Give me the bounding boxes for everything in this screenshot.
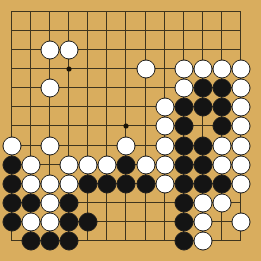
intersection-2-2[interactable] (21, 21, 40, 40)
black-stone (193, 155, 212, 174)
white-stone (59, 40, 78, 59)
intersection-10-9[interactable] (174, 155, 193, 174)
intersection-6-9[interactable] (97, 155, 116, 174)
black-stone (174, 97, 193, 116)
intersection-9-13[interactable] (155, 231, 174, 250)
intersection-11-11[interactable] (193, 193, 212, 212)
intersection-1-4[interactable] (2, 59, 21, 78)
white-stone (212, 193, 231, 212)
white-stone (155, 116, 174, 135)
intersection-5-2[interactable] (78, 21, 97, 40)
intersection-3-10[interactable] (40, 174, 59, 193)
white-stone (231, 136, 250, 155)
black-stone (21, 231, 40, 250)
intersection-11-13[interactable] (193, 231, 212, 250)
intersection-3-13[interactable] (40, 231, 59, 250)
intersection-7-6[interactable] (116, 97, 135, 116)
intersection-11-10[interactable] (193, 174, 212, 193)
intersection-7-8[interactable] (116, 136, 135, 155)
black-stone (193, 174, 212, 193)
intersection-9-6[interactable] (155, 97, 174, 116)
intersection-2-12[interactable] (21, 212, 40, 231)
intersection-2-13[interactable] (21, 231, 40, 250)
intersection-6-1[interactable] (97, 2, 116, 21)
black-stone (59, 231, 78, 250)
intersection-8-1[interactable] (136, 2, 155, 21)
intersection-3-1[interactable] (40, 2, 59, 21)
intersection-8-9[interactable] (136, 155, 155, 174)
black-stone (212, 97, 231, 116)
intersection-5-4[interactable] (78, 59, 97, 78)
intersection-13-13[interactable] (231, 231, 250, 250)
black-stone (193, 97, 212, 116)
intersection-7-10[interactable] (116, 174, 135, 193)
intersection-9-12[interactable] (155, 212, 174, 231)
intersection-7-7[interactable] (116, 116, 135, 135)
white-stone (40, 193, 59, 212)
white-stone (21, 212, 40, 231)
intersection-3-6[interactable] (40, 97, 59, 116)
intersection-4-1[interactable] (59, 2, 78, 21)
intersection-3-9[interactable] (40, 155, 59, 174)
intersection-2-4[interactable] (21, 59, 40, 78)
intersection-4-11[interactable] (59, 193, 78, 212)
intersection-1-2[interactable] (2, 21, 21, 40)
intersection-1-12[interactable] (2, 212, 21, 231)
intersection-10-12[interactable] (174, 212, 193, 231)
go-board (0, 0, 261, 261)
intersection-10-2[interactable] (174, 21, 193, 40)
intersection-8-7[interactable] (136, 116, 155, 135)
intersection-11-1[interactable] (193, 2, 212, 21)
intersection-12-6[interactable] (212, 97, 231, 116)
intersection-8-4[interactable] (136, 59, 155, 78)
intersection-13-8[interactable] (231, 136, 250, 155)
intersection-8-5[interactable] (136, 78, 155, 97)
white-stone (174, 59, 193, 78)
intersection-13-11[interactable] (231, 193, 250, 212)
intersection-9-9[interactable] (155, 155, 174, 174)
intersection-6-2[interactable] (97, 21, 116, 40)
intersection-11-2[interactable] (193, 21, 212, 40)
intersection-8-11[interactable] (136, 193, 155, 212)
black-stone (212, 116, 231, 135)
black-stone (174, 155, 193, 174)
intersection-9-11[interactable] (155, 193, 174, 212)
black-stone (40, 231, 59, 250)
intersection-7-3[interactable] (116, 40, 135, 59)
intersection-4-5[interactable] (59, 78, 78, 97)
intersection-10-10[interactable] (174, 174, 193, 193)
intersection-1-9[interactable] (2, 155, 21, 174)
intersection-4-13[interactable] (59, 231, 78, 250)
black-stone (2, 155, 21, 174)
black-stone (174, 193, 193, 212)
white-stone (231, 78, 250, 97)
intersection-12-5[interactable] (212, 78, 231, 97)
intersection-1-3[interactable] (2, 40, 21, 59)
intersection-10-1[interactable] (174, 2, 193, 21)
intersection-9-3[interactable] (155, 40, 174, 59)
intersection-10-7[interactable] (174, 116, 193, 135)
white-stone (59, 155, 78, 174)
white-stone (21, 174, 40, 193)
black-stone (78, 174, 97, 193)
black-stone (116, 155, 135, 174)
intersection-11-5[interactable] (193, 78, 212, 97)
black-stone (212, 78, 231, 97)
intersection-12-13[interactable] (212, 231, 231, 250)
intersection-13-6[interactable] (231, 97, 250, 116)
intersection-5-11[interactable] (78, 193, 97, 212)
intersection-6-8[interactable] (97, 136, 116, 155)
intersection-10-3[interactable] (174, 40, 193, 59)
intersection-4-3[interactable] (59, 40, 78, 59)
intersection-4-12[interactable] (59, 212, 78, 231)
intersection-5-1[interactable] (78, 2, 97, 21)
white-stone (212, 136, 231, 155)
intersection-12-4[interactable] (212, 59, 231, 78)
intersection-12-11[interactable] (212, 193, 231, 212)
intersection-7-13[interactable] (116, 231, 135, 250)
white-stone (40, 136, 59, 155)
intersection-10-4[interactable] (174, 59, 193, 78)
black-stone (174, 136, 193, 155)
white-stone (136, 155, 155, 174)
white-stone (116, 136, 135, 155)
intersection-3-8[interactable] (40, 136, 59, 155)
intersection-8-10[interactable] (136, 174, 155, 193)
intersection-6-5[interactable] (97, 78, 116, 97)
intersection-3-2[interactable] (40, 21, 59, 40)
intersection-9-8[interactable] (155, 136, 174, 155)
intersection-12-10[interactable] (212, 174, 231, 193)
white-stone (155, 97, 174, 116)
intersection-3-5[interactable] (40, 78, 59, 97)
intersection-6-7[interactable] (97, 116, 116, 135)
intersection-2-6[interactable] (21, 97, 40, 116)
intersection-13-7[interactable] (231, 116, 250, 135)
black-stone (174, 231, 193, 250)
intersection-10-8[interactable] (174, 136, 193, 155)
intersection-13-12[interactable] (231, 212, 250, 231)
intersection-1-1[interactable] (2, 2, 21, 21)
black-stone (116, 174, 135, 193)
intersection-3-11[interactable] (40, 193, 59, 212)
intersection-9-2[interactable] (155, 21, 174, 40)
intersection-12-3[interactable] (212, 40, 231, 59)
intersection-2-3[interactable] (21, 40, 40, 59)
intersection-6-13[interactable] (97, 231, 116, 250)
white-stone (155, 155, 174, 174)
intersection-13-1[interactable] (231, 2, 250, 21)
intersection-11-7[interactable] (193, 116, 212, 135)
intersection-4-6[interactable] (59, 97, 78, 116)
intersection-8-6[interactable] (136, 97, 155, 116)
black-stone (59, 212, 78, 231)
white-stone (231, 59, 250, 78)
intersection-7-4[interactable] (116, 59, 135, 78)
intersection-3-7[interactable] (40, 116, 59, 135)
intersection-12-7[interactable] (212, 116, 231, 135)
intersection-4-4[interactable] (59, 59, 78, 78)
intersection-3-12[interactable] (40, 212, 59, 231)
white-stone (155, 136, 174, 155)
intersection-9-10[interactable] (155, 174, 174, 193)
black-stone (21, 193, 40, 212)
black-stone (174, 116, 193, 135)
intersection-1-8[interactable] (2, 136, 21, 155)
intersection-1-5[interactable] (2, 78, 21, 97)
white-stone (40, 174, 59, 193)
intersection-5-10[interactable] (78, 174, 97, 193)
intersection-7-5[interactable] (116, 78, 135, 97)
intersection-5-7[interactable] (78, 116, 97, 135)
intersection-9-1[interactable] (155, 2, 174, 21)
intersection-5-9[interactable] (78, 155, 97, 174)
intersection-4-9[interactable] (59, 155, 78, 174)
intersection-5-3[interactable] (78, 40, 97, 59)
white-stone (231, 155, 250, 174)
intersection-12-12[interactable] (212, 212, 231, 231)
intersection-1-11[interactable] (2, 193, 21, 212)
black-stone (2, 174, 21, 193)
intersection-9-7[interactable] (155, 116, 174, 135)
intersection-6-3[interactable] (97, 40, 116, 59)
intersection-6-4[interactable] (97, 59, 116, 78)
intersection-5-5[interactable] (78, 78, 97, 97)
intersection-11-6[interactable] (193, 97, 212, 116)
white-stone (78, 155, 97, 174)
white-stone (155, 174, 174, 193)
intersection-13-3[interactable] (231, 40, 250, 59)
black-stone (174, 174, 193, 193)
intersection-2-5[interactable] (21, 78, 40, 97)
intersection-7-2[interactable] (116, 21, 135, 40)
intersection-5-12[interactable] (78, 212, 97, 231)
intersection-7-12[interactable] (116, 212, 135, 231)
intersection-3-3[interactable] (40, 40, 59, 59)
intersection-2-9[interactable] (21, 155, 40, 174)
black-stone (212, 174, 231, 193)
intersection-1-6[interactable] (2, 97, 21, 116)
white-stone (193, 212, 212, 231)
white-stone (212, 59, 231, 78)
intersection-13-2[interactable] (231, 21, 250, 40)
intersection-13-9[interactable] (231, 155, 250, 174)
intersection-2-10[interactable] (21, 174, 40, 193)
intersection-12-8[interactable] (212, 136, 231, 155)
white-stone (40, 40, 59, 59)
intersection-6-12[interactable] (97, 212, 116, 231)
white-stone (231, 97, 250, 116)
intersection-8-2[interactable] (136, 21, 155, 40)
intersection-1-13[interactable] (2, 231, 21, 250)
black-stone (136, 174, 155, 193)
white-stone (40, 212, 59, 231)
intersection-12-2[interactable] (212, 21, 231, 40)
intersection-4-10[interactable] (59, 174, 78, 193)
black-stone (78, 212, 97, 231)
intersection-11-12[interactable] (193, 212, 212, 231)
intersection-7-9[interactable] (116, 155, 135, 174)
intersection-7-1[interactable] (116, 2, 135, 21)
white-stone (193, 59, 212, 78)
intersection-5-6[interactable] (78, 97, 97, 116)
black-stone (193, 78, 212, 97)
white-stone (193, 231, 212, 250)
intersection-3-4[interactable] (40, 59, 59, 78)
white-stone (59, 174, 78, 193)
white-stone (231, 212, 250, 231)
intersection-11-4[interactable] (193, 59, 212, 78)
intersection-4-2[interactable] (59, 21, 78, 40)
intersection-10-11[interactable] (174, 193, 193, 212)
intersection-11-3[interactable] (193, 40, 212, 59)
intersection-2-8[interactable] (21, 136, 40, 155)
intersection-10-13[interactable] (174, 231, 193, 250)
intersection-5-13[interactable] (78, 231, 97, 250)
black-stone (2, 212, 21, 231)
intersection-7-11[interactable] (116, 193, 135, 212)
intersection-2-7[interactable] (21, 116, 40, 135)
intersection-9-5[interactable] (155, 78, 174, 97)
intersection-2-1[interactable] (21, 2, 40, 21)
intersection-11-8[interactable] (193, 136, 212, 155)
white-stone (97, 155, 116, 174)
intersection-10-6[interactable] (174, 97, 193, 116)
white-stone (174, 78, 193, 97)
white-stone (231, 116, 250, 135)
intersection-4-7[interactable] (59, 116, 78, 135)
intersection-8-13[interactable] (136, 231, 155, 250)
white-stone (21, 155, 40, 174)
intersection-8-12[interactable] (136, 212, 155, 231)
black-stone (193, 136, 212, 155)
intersection-1-10[interactable] (2, 174, 21, 193)
intersection-13-4[interactable] (231, 59, 250, 78)
intersection-6-10[interactable] (97, 174, 116, 193)
intersection-11-9[interactable] (193, 155, 212, 174)
black-stone (174, 212, 193, 231)
intersection-9-4[interactable] (155, 59, 174, 78)
intersection-10-5[interactable] (174, 78, 193, 97)
intersection-8-8[interactable] (136, 136, 155, 155)
white-stone (231, 174, 250, 193)
white-stone (2, 136, 21, 155)
intersection-1-7[interactable] (2, 116, 21, 135)
intersection-2-11[interactable] (21, 193, 40, 212)
intersection-12-1[interactable] (212, 2, 231, 21)
intersection-8-3[interactable] (136, 40, 155, 59)
white-stone (40, 78, 59, 97)
black-stone (2, 193, 21, 212)
intersection-5-8[interactable] (78, 136, 97, 155)
white-stone (136, 59, 155, 78)
black-stone (97, 174, 116, 193)
white-stone (193, 193, 212, 212)
white-stone (212, 155, 231, 174)
intersection-13-5[interactable] (231, 78, 250, 97)
intersection-6-11[interactable] (97, 193, 116, 212)
intersection-4-8[interactable] (59, 136, 78, 155)
black-stone (59, 193, 78, 212)
intersection-6-6[interactable] (97, 97, 116, 116)
intersection-13-10[interactable] (231, 174, 250, 193)
intersection-12-9[interactable] (212, 155, 231, 174)
